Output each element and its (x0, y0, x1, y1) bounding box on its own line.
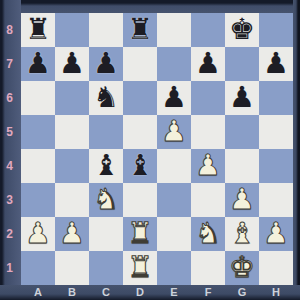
square-d2[interactable]: ♜ (123, 217, 157, 251)
square-d7[interactable] (123, 47, 157, 81)
square-a7[interactable]: ♟ (21, 47, 55, 81)
square-g7[interactable] (225, 47, 259, 81)
chess-board: ♜♜♚♟♟♟♟♟♞♟♟♟♝♝♟♞♟♟♟♜♞♝♟♜♚ (21, 13, 293, 285)
piece-black-bishop[interactable]: ♝ (127, 148, 153, 182)
square-g4[interactable] (225, 149, 259, 183)
rank-label-8: 8 (0, 13, 19, 47)
piece-white-pawn[interactable]: ♟ (229, 182, 255, 216)
piece-black-bishop[interactable]: ♝ (93, 148, 119, 182)
piece-white-pawn[interactable]: ♟ (59, 216, 85, 250)
square-g8[interactable]: ♚ (225, 13, 259, 47)
file-label-g: G (225, 285, 259, 299)
square-h5[interactable] (259, 115, 293, 149)
square-b6[interactable] (55, 81, 89, 115)
square-h2[interactable]: ♟ (259, 217, 293, 251)
rank-label-7: 7 (0, 47, 19, 81)
piece-black-pawn[interactable]: ♟ (25, 46, 51, 80)
square-h1[interactable] (259, 251, 293, 285)
piece-black-pawn[interactable]: ♟ (263, 46, 289, 80)
square-c6[interactable]: ♞ (89, 81, 123, 115)
square-f2[interactable]: ♞ (191, 217, 225, 251)
rank-label-2: 2 (0, 217, 19, 251)
square-c7[interactable]: ♟ (89, 47, 123, 81)
square-f3[interactable] (191, 183, 225, 217)
square-f7[interactable]: ♟ (191, 47, 225, 81)
square-c4[interactable]: ♝ (89, 149, 123, 183)
square-d6[interactable] (123, 81, 157, 115)
piece-black-pawn[interactable]: ♟ (195, 46, 221, 80)
square-f1[interactable] (191, 251, 225, 285)
file-label-b: B (55, 285, 89, 299)
square-c2[interactable] (89, 217, 123, 251)
square-a1[interactable] (21, 251, 55, 285)
square-b5[interactable] (55, 115, 89, 149)
square-h8[interactable] (259, 13, 293, 47)
square-b8[interactable] (55, 13, 89, 47)
file-label-f: F (191, 285, 225, 299)
square-d8[interactable]: ♜ (123, 13, 157, 47)
square-a3[interactable] (21, 183, 55, 217)
square-a8[interactable]: ♜ (21, 13, 55, 47)
rank-label-3: 3 (0, 183, 19, 217)
file-label-a: A (21, 285, 55, 299)
square-g2[interactable]: ♝ (225, 217, 259, 251)
rank-label-1: 1 (0, 251, 19, 285)
square-e3[interactable] (157, 183, 191, 217)
square-f8[interactable] (191, 13, 225, 47)
piece-black-pawn[interactable]: ♟ (93, 46, 119, 80)
square-f4[interactable]: ♟ (191, 149, 225, 183)
piece-white-pawn[interactable]: ♟ (25, 216, 51, 250)
piece-white-king[interactable]: ♚ (229, 250, 255, 284)
piece-black-rook[interactable]: ♜ (127, 12, 153, 46)
square-b7[interactable]: ♟ (55, 47, 89, 81)
square-b2[interactable]: ♟ (55, 217, 89, 251)
rank-label-6: 6 (0, 81, 19, 115)
file-label-c: C (89, 285, 123, 299)
square-d5[interactable] (123, 115, 157, 149)
square-g5[interactable] (225, 115, 259, 149)
piece-black-pawn[interactable]: ♟ (59, 46, 85, 80)
square-h6[interactable] (259, 81, 293, 115)
square-e2[interactable] (157, 217, 191, 251)
board-border-right (293, 0, 300, 300)
piece-black-king[interactable]: ♚ (229, 12, 255, 46)
square-a6[interactable] (21, 81, 55, 115)
square-e6[interactable]: ♟ (157, 81, 191, 115)
piece-white-bishop[interactable]: ♝ (229, 216, 255, 250)
piece-white-pawn[interactable]: ♟ (161, 114, 187, 148)
piece-white-rook[interactable]: ♜ (127, 216, 153, 250)
square-e1[interactable] (157, 251, 191, 285)
piece-black-pawn[interactable]: ♟ (161, 80, 187, 114)
square-b3[interactable] (55, 183, 89, 217)
square-b1[interactable] (55, 251, 89, 285)
square-c8[interactable] (89, 13, 123, 47)
piece-white-pawn[interactable]: ♟ (195, 148, 221, 182)
square-d3[interactable] (123, 183, 157, 217)
piece-white-knight[interactable]: ♞ (195, 216, 221, 250)
file-label-d: D (123, 285, 157, 299)
square-e5[interactable]: ♟ (157, 115, 191, 149)
piece-white-rook[interactable]: ♜ (127, 250, 153, 284)
chess-board-widget: ♜♜♚♟♟♟♟♟♞♟♟♟♝♝♟♞♟♟♟♜♞♝♟♜♚ 87654321 ABCDE… (0, 0, 300, 300)
square-g6[interactable]: ♟ (225, 81, 259, 115)
square-h3[interactable] (259, 183, 293, 217)
piece-black-pawn[interactable]: ♟ (229, 80, 255, 114)
square-a5[interactable] (21, 115, 55, 149)
square-d4[interactable]: ♝ (123, 149, 157, 183)
square-c1[interactable] (89, 251, 123, 285)
file-label-e: E (157, 285, 191, 299)
square-e8[interactable] (157, 13, 191, 47)
square-g1[interactable]: ♚ (225, 251, 259, 285)
square-h4[interactable] (259, 149, 293, 183)
rank-label-4: 4 (0, 149, 19, 183)
square-c3[interactable]: ♞ (89, 183, 123, 217)
rank-label-5: 5 (0, 115, 19, 149)
square-e4[interactable] (157, 149, 191, 183)
piece-black-knight[interactable]: ♞ (93, 80, 119, 114)
square-a2[interactable]: ♟ (21, 217, 55, 251)
piece-white-knight[interactable]: ♞ (93, 182, 119, 216)
square-a4[interactable] (21, 149, 55, 183)
file-label-h: H (259, 285, 293, 299)
square-f5[interactable] (191, 115, 225, 149)
square-e7[interactable] (157, 47, 191, 81)
square-h7[interactable]: ♟ (259, 47, 293, 81)
square-g3[interactable]: ♟ (225, 183, 259, 217)
square-d1[interactable]: ♜ (123, 251, 157, 285)
piece-white-pawn[interactable]: ♟ (263, 216, 289, 250)
square-c5[interactable] (89, 115, 123, 149)
square-f6[interactable] (191, 81, 225, 115)
piece-black-rook[interactable]: ♜ (25, 12, 51, 46)
square-b4[interactable] (55, 149, 89, 183)
